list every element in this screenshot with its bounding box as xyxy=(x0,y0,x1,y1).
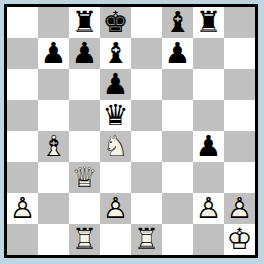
square-h4[interactable] xyxy=(224,131,255,162)
white-bishop[interactable]: ♗ xyxy=(38,131,69,162)
square-g1[interactable] xyxy=(193,224,224,255)
square-h2[interactable]: ♟♙ xyxy=(224,193,255,224)
square-f5[interactable] xyxy=(162,100,193,131)
square-h7[interactable] xyxy=(224,38,255,69)
square-g5[interactable] xyxy=(193,100,224,131)
chess-board: ♜♚♝♜♟♟♝♟♟♛♝♗♞♘♟♛♕♟♙♟♙♟♙♟♙♜♖♜♖♚♔ xyxy=(7,7,255,255)
square-c8[interactable]: ♜ xyxy=(69,7,100,38)
square-d3[interactable] xyxy=(100,162,131,193)
black-bishop[interactable]: ♝ xyxy=(100,38,131,69)
black-rook[interactable]: ♜ xyxy=(69,7,100,38)
square-g8[interactable]: ♜ xyxy=(193,7,224,38)
black-bishop[interactable]: ♝ xyxy=(162,7,193,38)
square-g7[interactable] xyxy=(193,38,224,69)
square-d7[interactable]: ♝ xyxy=(100,38,131,69)
black-king[interactable]: ♚ xyxy=(100,7,131,38)
black-pawn[interactable]: ♟ xyxy=(69,38,100,69)
square-b6[interactable] xyxy=(38,69,69,100)
black-pawn[interactable]: ♟ xyxy=(38,38,69,69)
square-f1[interactable] xyxy=(162,224,193,255)
square-d8[interactable]: ♚ xyxy=(100,7,131,38)
square-c6[interactable] xyxy=(69,69,100,100)
square-g3[interactable] xyxy=(193,162,224,193)
white-knight[interactable]: ♘ xyxy=(100,131,131,162)
square-e7[interactable] xyxy=(131,38,162,69)
square-d1[interactable] xyxy=(100,224,131,255)
square-c5[interactable] xyxy=(69,100,100,131)
square-c4[interactable] xyxy=(69,131,100,162)
square-h3[interactable] xyxy=(224,162,255,193)
white-rook[interactable]: ♖ xyxy=(131,224,162,255)
white-queen[interactable]: ♕ xyxy=(69,162,100,193)
square-e2[interactable] xyxy=(131,193,162,224)
white-rook[interactable]: ♖ xyxy=(69,224,100,255)
square-g6[interactable] xyxy=(193,69,224,100)
white-king[interactable]: ♔ xyxy=(224,224,255,255)
white-pawn[interactable]: ♙ xyxy=(7,193,38,224)
square-e6[interactable] xyxy=(131,69,162,100)
square-h5[interactable] xyxy=(224,100,255,131)
page-background: ♜♚♝♜♟♟♝♟♟♛♝♗♞♘♟♛♕♟♙♟♙♟♙♟♙♜♖♜♖♚♔ xyxy=(0,0,264,264)
white-pawn[interactable]: ♙ xyxy=(100,193,131,224)
square-e4[interactable] xyxy=(131,131,162,162)
square-b8[interactable] xyxy=(38,7,69,38)
black-pawn[interactable]: ♟ xyxy=(162,38,193,69)
square-a8[interactable] xyxy=(7,7,38,38)
black-pawn[interactable]: ♟ xyxy=(100,69,131,100)
square-g4[interactable]: ♟ xyxy=(193,131,224,162)
square-d4[interactable]: ♞♘ xyxy=(100,131,131,162)
square-e1[interactable]: ♜♖ xyxy=(131,224,162,255)
square-c3[interactable]: ♛♕ xyxy=(69,162,100,193)
black-queen[interactable]: ♛ xyxy=(100,100,131,131)
square-f4[interactable] xyxy=(162,131,193,162)
square-h8[interactable] xyxy=(224,7,255,38)
square-d2[interactable]: ♟♙ xyxy=(100,193,131,224)
board-frame: ♜♚♝♜♟♟♝♟♟♛♝♗♞♘♟♛♕♟♙♟♙♟♙♟♙♜♖♜♖♚♔ xyxy=(4,4,258,258)
square-a7[interactable] xyxy=(7,38,38,69)
square-b3[interactable] xyxy=(38,162,69,193)
square-a3[interactable] xyxy=(7,162,38,193)
white-pawn[interactable]: ♙ xyxy=(193,193,224,224)
square-a4[interactable] xyxy=(7,131,38,162)
square-e5[interactable] xyxy=(131,100,162,131)
square-a5[interactable] xyxy=(7,100,38,131)
square-c2[interactable] xyxy=(69,193,100,224)
square-b2[interactable] xyxy=(38,193,69,224)
black-pawn[interactable]: ♟ xyxy=(193,131,224,162)
square-f8[interactable]: ♝ xyxy=(162,7,193,38)
square-a1[interactable] xyxy=(7,224,38,255)
square-e8[interactable] xyxy=(131,7,162,38)
black-rook[interactable]: ♜ xyxy=(193,7,224,38)
square-b1[interactable] xyxy=(38,224,69,255)
square-f3[interactable] xyxy=(162,162,193,193)
square-h1[interactable]: ♚♔ xyxy=(224,224,255,255)
square-a6[interactable] xyxy=(7,69,38,100)
square-d5[interactable]: ♛ xyxy=(100,100,131,131)
square-c1[interactable]: ♜♖ xyxy=(69,224,100,255)
square-d6[interactable]: ♟ xyxy=(100,69,131,100)
square-f6[interactable] xyxy=(162,69,193,100)
square-e3[interactable] xyxy=(131,162,162,193)
square-h6[interactable] xyxy=(224,69,255,100)
square-b5[interactable] xyxy=(38,100,69,131)
square-b4[interactable]: ♝♗ xyxy=(38,131,69,162)
square-f2[interactable] xyxy=(162,193,193,224)
square-b7[interactable]: ♟ xyxy=(38,38,69,69)
square-a2[interactable]: ♟♙ xyxy=(7,193,38,224)
square-c7[interactable]: ♟ xyxy=(69,38,100,69)
square-g2[interactable]: ♟♙ xyxy=(193,193,224,224)
white-pawn[interactable]: ♙ xyxy=(224,193,255,224)
square-f7[interactable]: ♟ xyxy=(162,38,193,69)
